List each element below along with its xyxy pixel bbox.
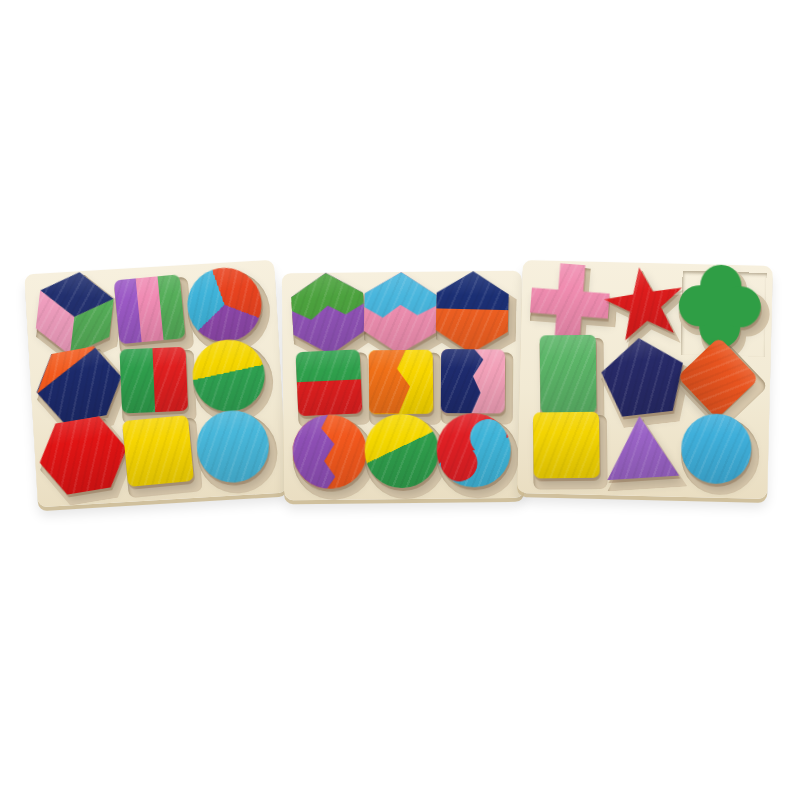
piece-circle-diag-yellow-green[interactable]: [364, 413, 439, 488]
cell-middle-board-r3c3: [439, 419, 512, 489]
piece-surface: [291, 413, 368, 490]
cell-right-board-r1c1: [533, 270, 610, 343]
piece-circle-pie[interactable]: [182, 262, 267, 347]
piece-square-halves[interactable]: [119, 346, 188, 413]
cell-right-board-r2c2: [606, 343, 683, 416]
cell-middle-board-r1c3: [438, 281, 511, 351]
piece-surface: [435, 270, 509, 354]
cell-left-board-r1c3: [187, 270, 266, 345]
piece-circle-cyan[interactable]: [681, 412, 753, 484]
piece-pentagon-navy[interactable]: [598, 333, 688, 418]
right-board: [517, 260, 773, 499]
piece-surface: [119, 346, 188, 413]
piece-square-wave-navy-pink[interactable]: [441, 349, 505, 413]
piece-surface: [369, 349, 434, 414]
piece-surface: [195, 408, 271, 484]
cell-middle-board-r3c1: [295, 420, 368, 490]
piece-surface: [603, 413, 679, 479]
piece-part-1: [363, 271, 437, 355]
puzzle-scene: [0, 0, 800, 800]
cell-left-board-r3c3: [196, 412, 275, 487]
piece-triangle-purple[interactable]: [603, 413, 679, 479]
piece-rectangle-green[interactable]: [539, 334, 596, 413]
piece-surface: [441, 349, 505, 413]
piece-square-bars[interactable]: [114, 274, 186, 344]
piece-surface: [364, 413, 439, 488]
cell-left-board-r2c3: [191, 341, 270, 416]
piece-part-1: [369, 349, 434, 414]
piece-surface: [33, 412, 132, 497]
piece-surface: [191, 337, 267, 413]
piece-hexagon-wave-cyan-pink[interactable]: [363, 271, 437, 355]
cell-middle-board-r2c2: [367, 351, 440, 421]
cell-right-board-r2c1: [531, 341, 608, 414]
cell-left-board-r2c2: [116, 346, 195, 421]
piece-surface: [290, 270, 367, 356]
cell-right-board-r3c1: [529, 412, 606, 485]
piece-circle-halves[interactable]: [191, 337, 267, 413]
piece-surface: [533, 411, 600, 478]
cell-right-board-r3c2: [605, 414, 682, 487]
piece-surface: [681, 412, 753, 484]
piece-part-1: [441, 349, 505, 413]
piece-surface: [296, 349, 363, 416]
piece-surface: [681, 267, 759, 345]
cell-middle-board-r2c3: [439, 350, 512, 420]
piece-part-1: [290, 270, 367, 356]
piece-surface: [363, 271, 437, 355]
piece-surface: [598, 333, 688, 418]
piece-square-yellow[interactable]: [122, 415, 194, 487]
piece-part-1: [291, 413, 368, 490]
piece-surface: [114, 274, 186, 344]
piece-clover-green[interactable]: [681, 267, 759, 345]
cell-left-board-r1c2: [112, 275, 191, 350]
cell-middle-board-r1c1: [294, 282, 367, 352]
piece-surface: [122, 415, 194, 487]
piece-hexagon-wave-green-purple[interactable]: [290, 270, 367, 356]
piece-square-yellow[interactable]: [533, 411, 600, 478]
piece-circle-yinyang-red-cyan[interactable]: [436, 412, 511, 487]
piece-circle-cyan[interactable]: [195, 408, 271, 484]
piece-square-split-green-red[interactable]: [296, 349, 363, 416]
cell-right-board-r1c3: [684, 274, 761, 347]
cell-middle-board-r3c2: [367, 420, 440, 490]
piece-hexagon-red[interactable]: [33, 412, 132, 497]
piece-surface: [182, 262, 267, 347]
left-board: [24, 260, 287, 507]
middle-board: [282, 271, 524, 501]
cell-middle-board-r1c2: [366, 282, 439, 352]
cell-right-board-r3c3: [680, 416, 757, 489]
cell-left-board-r3c2: [120, 417, 199, 492]
piece-hexagon-split-navy-orange[interactable]: [435, 270, 509, 354]
piece-surface: [539, 334, 596, 413]
cell-left-board-r3c1: [45, 421, 124, 496]
piece-circle-wave-purple-orange[interactable]: [291, 413, 368, 490]
cell-middle-board-r2c1: [295, 351, 368, 421]
piece-surface: [436, 412, 511, 487]
piece-square-zigzag-orange-yellow[interactable]: [369, 349, 434, 414]
clover-center: [701, 288, 738, 325]
